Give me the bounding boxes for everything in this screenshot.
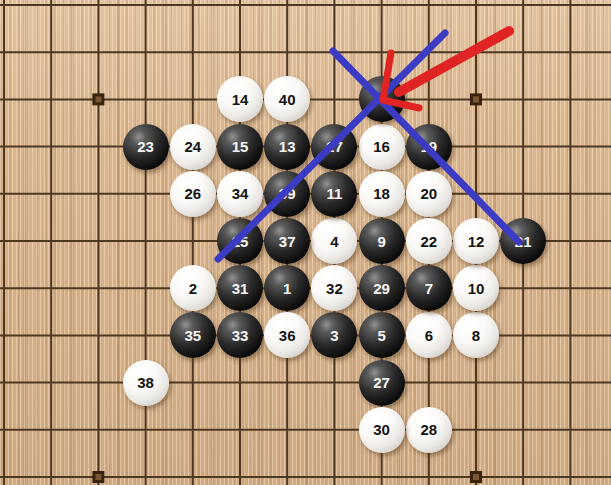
stone-white-move-18: 18 <box>359 171 405 217</box>
stone-black-move-5: 5 <box>359 312 405 358</box>
stone-white-move-30: 30 <box>359 407 405 453</box>
stone-black-move-13: 13 <box>264 124 310 170</box>
stone-white-move-16: 16 <box>359 124 405 170</box>
stone-white-move-34: 34 <box>217 171 263 217</box>
stone-black-move-15: 15 <box>217 124 263 170</box>
stone-white-move-2: 2 <box>170 265 216 311</box>
stone-white-move-20: 20 <box>406 171 452 217</box>
stone-black-move-21: 21 <box>500 218 546 264</box>
stone-white-move-26: 26 <box>170 171 216 217</box>
stone-black-move-29: 29 <box>359 265 405 311</box>
stone-black-move-35: 35 <box>170 312 216 358</box>
stone-black-move-27: 27 <box>359 360 405 406</box>
stone-black-move-17: 17 <box>311 124 357 170</box>
stone-white-move-38: 38 <box>123 360 169 406</box>
stone-white-move-6: 6 <box>406 312 452 358</box>
stone-white-move-24: 24 <box>170 124 216 170</box>
stone-white-move-22: 22 <box>406 218 452 264</box>
stone-black-move-31: 31 <box>217 265 263 311</box>
stone-black-move-41 <box>359 76 405 122</box>
stone-black-move-23: 23 <box>123 124 169 170</box>
stone-white-move-10: 10 <box>453 265 499 311</box>
stone-black-move-7: 7 <box>406 265 452 311</box>
stone-white-move-28: 28 <box>406 407 452 453</box>
stone-black-move-19: 19 <box>406 124 452 170</box>
stone-black-move-11: 11 <box>311 171 357 217</box>
stone-black-move-9: 9 <box>359 218 405 264</box>
stone-black-move-39: 39 <box>264 171 310 217</box>
stone-black-move-37: 37 <box>264 218 310 264</box>
gomoku-board-diagram: 1234567891011121314151617181920212223242… <box>0 0 611 485</box>
stone-black-move-25: 25 <box>217 218 263 264</box>
stone-white-move-12: 12 <box>453 218 499 264</box>
